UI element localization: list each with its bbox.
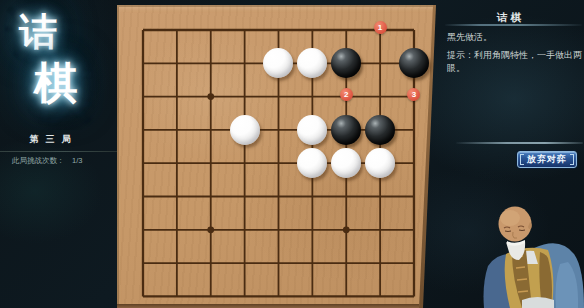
- board-point[interactable]: [126, 213, 160, 246]
- board-point[interactable]: [363, 280, 397, 308]
- move-marker-3[interactable]: 3: [407, 88, 420, 101]
- npc-portrait: [482, 202, 584, 308]
- white-stone: [263, 48, 293, 78]
- panel-title: 诘棋: [440, 11, 578, 25]
- board-point[interactable]: [329, 280, 363, 308]
- board-point[interactable]: [262, 146, 296, 179]
- attempts-counter: 此局挑战次数： 1/3: [12, 156, 112, 166]
- board-point[interactable]: [228, 180, 262, 213]
- board-point[interactable]: [397, 47, 431, 80]
- board-point[interactable]: [228, 213, 262, 246]
- board-point[interactable]: [160, 246, 194, 279]
- board-point[interactable]: [363, 246, 397, 279]
- board-point[interactable]: [397, 180, 431, 213]
- board-point[interactable]: [228, 246, 262, 279]
- board-point[interactable]: [397, 113, 431, 146]
- board-point[interactable]: [160, 13, 194, 46]
- board-point[interactable]: [228, 146, 262, 179]
- board-point[interactable]: [194, 113, 228, 146]
- board-point[interactable]: [329, 47, 363, 80]
- board-point[interactable]: [363, 80, 397, 113]
- forfeit-button-label: 放弃对弈: [527, 153, 567, 166]
- board-point[interactable]: [126, 13, 160, 46]
- board-point[interactable]: [160, 113, 194, 146]
- button-ornament-right: [570, 154, 574, 165]
- board-point[interactable]: [228, 80, 262, 113]
- board-point[interactable]: [397, 213, 431, 246]
- board-point[interactable]: [262, 13, 296, 46]
- attempts-value: 1/3: [72, 156, 82, 165]
- go-board: 123: [117, 5, 436, 308]
- panel-divider-bottom: [456, 142, 583, 144]
- board-point[interactable]: [329, 113, 363, 146]
- board-point[interactable]: [126, 180, 160, 213]
- board-point[interactable]: [160, 213, 194, 246]
- board-point[interactable]: [194, 146, 228, 179]
- sidebar-divider: [0, 151, 118, 152]
- board-point[interactable]: [194, 213, 228, 246]
- board-point[interactable]: 3: [397, 80, 431, 113]
- board-point[interactable]: [262, 47, 296, 80]
- board-point[interactable]: [126, 280, 160, 308]
- board-point[interactable]: [126, 246, 160, 279]
- panel-divider-top: [445, 24, 582, 26]
- board-point[interactable]: [126, 80, 160, 113]
- move-marker-2[interactable]: 2: [340, 88, 353, 101]
- board-point[interactable]: [397, 246, 431, 279]
- board-point[interactable]: [295, 47, 329, 80]
- board-point[interactable]: [194, 13, 228, 46]
- forfeit-button[interactable]: 放弃对弈: [517, 151, 577, 168]
- white-stone: [331, 148, 361, 178]
- white-stone: [297, 48, 327, 78]
- move-marker-1[interactable]: 1: [374, 21, 387, 34]
- black-stone: [331, 115, 361, 145]
- board-point[interactable]: [262, 80, 296, 113]
- board-point[interactable]: [295, 146, 329, 179]
- board-point[interactable]: [295, 180, 329, 213]
- board-point[interactable]: [126, 146, 160, 179]
- board-point[interactable]: [397, 280, 431, 308]
- title-calligraphy-char1: 诘: [19, 7, 57, 58]
- puzzle-title-art: 诘 棋 诘 棋: [0, 0, 110, 124]
- board-point[interactable]: [262, 180, 296, 213]
- board-point[interactable]: [329, 213, 363, 246]
- board-point[interactable]: [160, 280, 194, 308]
- black-stone: [399, 48, 429, 78]
- white-stone: [297, 115, 327, 145]
- board-point[interactable]: [160, 47, 194, 80]
- white-stone: [230, 115, 260, 145]
- black-stone: [331, 48, 361, 78]
- board-point[interactable]: [228, 13, 262, 46]
- puzzle-objective: 黑先做活。: [447, 31, 581, 44]
- board-point[interactable]: [160, 180, 194, 213]
- board-point[interactable]: [329, 13, 363, 46]
- white-stone: [297, 148, 327, 178]
- board-point[interactable]: [262, 280, 296, 308]
- board-point[interactable]: [295, 80, 329, 113]
- board-point[interactable]: [363, 113, 397, 146]
- board-point[interactable]: [194, 47, 228, 80]
- board-point[interactable]: [228, 280, 262, 308]
- board-point[interactable]: [126, 47, 160, 80]
- game-screen: 诘 棋 诘 棋 第三局 此局挑战次数： 1/3 123 诘棋 黑先做活。 提示：…: [0, 0, 584, 308]
- white-stone: [365, 148, 395, 178]
- board-point[interactable]: [329, 146, 363, 179]
- board-point[interactable]: [126, 113, 160, 146]
- puzzle-hint: 提示：利用角隅特性，一手做出两眼。: [447, 49, 583, 75]
- board-point[interactable]: [329, 180, 363, 213]
- round-label: 第三局: [0, 133, 100, 146]
- board-point[interactable]: [194, 246, 228, 279]
- board-point[interactable]: [363, 146, 397, 179]
- board-point[interactable]: [295, 213, 329, 246]
- black-stone: [365, 115, 395, 145]
- board-point[interactable]: [397, 146, 431, 179]
- board-point[interactable]: [363, 213, 397, 246]
- board-point[interactable]: [295, 13, 329, 46]
- board-point[interactable]: [194, 180, 228, 213]
- board-point[interactable]: [295, 113, 329, 146]
- board-point[interactable]: [295, 246, 329, 279]
- board-point[interactable]: [262, 113, 296, 146]
- board-point[interactable]: 1: [363, 13, 397, 46]
- button-ornament-left: [520, 154, 524, 165]
- board-point[interactable]: [160, 146, 194, 179]
- board-point[interactable]: [160, 80, 194, 113]
- board-point[interactable]: [262, 213, 296, 246]
- board-point[interactable]: [329, 246, 363, 279]
- board-point[interactable]: [363, 180, 397, 213]
- board-point[interactable]: [194, 280, 228, 308]
- board-intersections: 123: [126, 13, 431, 308]
- attempts-label: 此局挑战次数：: [12, 156, 65, 165]
- board-point[interactable]: 2: [329, 80, 363, 113]
- board-point[interactable]: [228, 113, 262, 146]
- board-point[interactable]: [397, 13, 431, 46]
- board-point[interactable]: [295, 280, 329, 308]
- board-point[interactable]: [262, 246, 296, 279]
- title-calligraphy-char2: 棋: [34, 54, 78, 113]
- board-point[interactable]: [194, 80, 228, 113]
- board-point[interactable]: [363, 47, 397, 80]
- board-point[interactable]: [228, 47, 262, 80]
